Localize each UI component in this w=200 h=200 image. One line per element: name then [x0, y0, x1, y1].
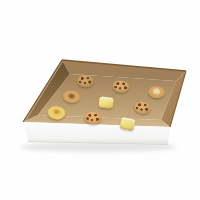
cookie-ring-swirl-pale — [147, 85, 165, 99]
cookie-chocolate-chip — [76, 75, 94, 88]
cookie-ring-swirl — [62, 90, 80, 104]
cookie-chocolate-chip — [111, 80, 129, 94]
cookie-tray-photo — [0, 0, 200, 200]
cookie-chocolate-chip — [133, 100, 152, 115]
cookie-ring-swirl-yellow — [47, 105, 66, 120]
cookie-butter-square — [99, 96, 114, 109]
cookie-chocolate-chip — [83, 111, 101, 125]
cookie-butter-square — [120, 117, 136, 131]
